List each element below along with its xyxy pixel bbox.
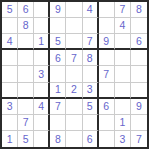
cell-r4c1-empty[interactable] xyxy=(2,50,18,66)
cell-r2c2-given-8[interactable]: 8 xyxy=(18,18,34,34)
cell-r1c3-empty[interactable] xyxy=(34,2,50,18)
cell-r9c4-given-8[interactable]: 8 xyxy=(50,131,66,147)
cell-r9c8-given-3[interactable]: 3 xyxy=(115,131,131,147)
cell-r2c6-empty[interactable] xyxy=(83,18,99,34)
cell-r9c7-empty[interactable] xyxy=(99,131,115,147)
cell-r7c5-empty[interactable] xyxy=(66,99,82,115)
cell-r4c5-given-7[interactable]: 7 xyxy=(66,50,82,66)
cell-r7c9-given-9[interactable]: 9 xyxy=(131,99,147,115)
cell-r2c3-empty[interactable] xyxy=(34,18,50,34)
cell-r7c2-empty[interactable] xyxy=(18,99,34,115)
cell-r3c1-given-4[interactable]: 4 xyxy=(2,34,18,50)
cell-r4c2-empty[interactable] xyxy=(18,50,34,66)
cell-r5c2-empty[interactable] xyxy=(18,66,34,82)
cell-r1c1-given-5[interactable]: 5 xyxy=(2,2,18,18)
cell-r5c8-empty[interactable] xyxy=(115,66,131,82)
cell-r5c6-empty[interactable] xyxy=(83,66,99,82)
cell-r6c9-empty[interactable] xyxy=(131,83,147,99)
cell-r1c5-empty[interactable] xyxy=(66,2,82,18)
cell-r4c3-empty[interactable] xyxy=(34,50,50,66)
cell-r8c9-empty[interactable] xyxy=(131,115,147,131)
cell-r4c7-empty[interactable] xyxy=(99,50,115,66)
cell-r2c5-empty[interactable] xyxy=(66,18,82,34)
cell-r7c4-given-7[interactable]: 7 xyxy=(50,99,66,115)
cell-r1c4-given-9[interactable]: 9 xyxy=(50,2,66,18)
cell-r6c4-given-1[interactable]: 1 xyxy=(50,83,66,99)
cell-r7c6-given-5[interactable]: 5 xyxy=(83,99,99,115)
cell-r3c8-empty[interactable] xyxy=(115,34,131,50)
cell-r2c4-empty[interactable] xyxy=(50,18,66,34)
cell-r5c5-empty[interactable] xyxy=(66,66,82,82)
cell-r4c6-given-8[interactable]: 8 xyxy=(83,50,99,66)
cell-r1c8-given-7[interactable]: 7 xyxy=(115,2,131,18)
sudoku-board: 569478844157966783712334756971158637 xyxy=(0,0,149,149)
cell-r6c7-empty[interactable] xyxy=(99,83,115,99)
cell-r4c4-given-6[interactable]: 6 xyxy=(50,50,66,66)
cell-r2c7-empty[interactable] xyxy=(99,18,115,34)
cell-r8c5-empty[interactable] xyxy=(66,115,82,131)
cell-r5c3-given-3[interactable]: 3 xyxy=(34,66,50,82)
cell-r8c6-empty[interactable] xyxy=(83,115,99,131)
cell-r3c4-given-5[interactable]: 5 xyxy=(50,34,66,50)
cell-r4c9-empty[interactable] xyxy=(131,50,147,66)
cell-r2c9-empty[interactable] xyxy=(131,18,147,34)
cell-r3c5-empty[interactable] xyxy=(66,34,82,50)
cell-r9c9-given-7[interactable]: 7 xyxy=(131,131,147,147)
cell-r3c3-given-1[interactable]: 1 xyxy=(34,34,50,50)
cell-r8c1-empty[interactable] xyxy=(2,115,18,131)
cell-r7c8-empty[interactable] xyxy=(115,99,131,115)
cell-r9c3-empty[interactable] xyxy=(34,131,50,147)
cell-r5c7-given-7[interactable]: 7 xyxy=(99,66,115,82)
cell-r3c9-given-6[interactable]: 6 xyxy=(131,34,147,50)
cell-r9c6-given-6[interactable]: 6 xyxy=(83,131,99,147)
cell-r1c9-given-8[interactable]: 8 xyxy=(131,2,147,18)
cell-r4c8-empty[interactable] xyxy=(115,50,131,66)
cell-r1c7-empty[interactable] xyxy=(99,2,115,18)
cell-r1c2-given-6[interactable]: 6 xyxy=(18,2,34,18)
cell-r8c7-empty[interactable] xyxy=(99,115,115,131)
cell-r7c7-given-6[interactable]: 6 xyxy=(99,99,115,115)
cell-r5c9-empty[interactable] xyxy=(131,66,147,82)
cell-r6c6-given-3[interactable]: 3 xyxy=(83,83,99,99)
cell-r5c1-empty[interactable] xyxy=(2,66,18,82)
cell-r3c6-given-7[interactable]: 7 xyxy=(83,34,99,50)
cell-r3c7-given-9[interactable]: 9 xyxy=(99,34,115,50)
cell-r6c2-empty[interactable] xyxy=(18,83,34,99)
cell-r9c1-given-1[interactable]: 1 xyxy=(2,131,18,147)
cell-r6c3-empty[interactable] xyxy=(34,83,50,99)
cell-r9c5-empty[interactable] xyxy=(66,131,82,147)
cell-r7c1-given-3[interactable]: 3 xyxy=(2,99,18,115)
cell-r6c8-empty[interactable] xyxy=(115,83,131,99)
cell-r8c8-given-1[interactable]: 1 xyxy=(115,115,131,131)
cell-r6c5-given-2[interactable]: 2 xyxy=(66,83,82,99)
cell-r6c1-empty[interactable] xyxy=(2,83,18,99)
cell-r8c3-empty[interactable] xyxy=(34,115,50,131)
cell-r9c2-given-5[interactable]: 5 xyxy=(18,131,34,147)
cell-r3c2-empty[interactable] xyxy=(18,34,34,50)
cell-r2c8-given-4[interactable]: 4 xyxy=(115,18,131,34)
cell-r8c4-empty[interactable] xyxy=(50,115,66,131)
cell-r1c6-given-4[interactable]: 4 xyxy=(83,2,99,18)
cell-r7c3-given-4[interactable]: 4 xyxy=(34,99,50,115)
cell-r5c4-empty[interactable] xyxy=(50,66,66,82)
cell-r8c2-given-7[interactable]: 7 xyxy=(18,115,34,131)
cell-r2c1-empty[interactable] xyxy=(2,18,18,34)
